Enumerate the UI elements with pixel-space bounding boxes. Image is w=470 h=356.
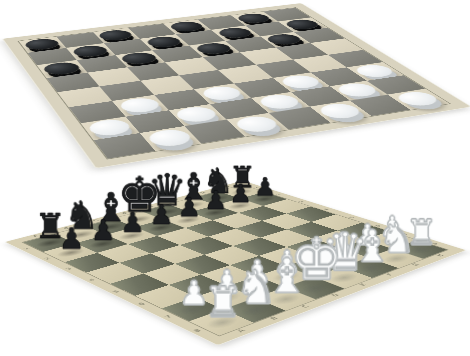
checker-piece-black[interactable] [69,44,110,58]
piece-shadow [227,188,257,196]
chess-square[interactable]: ♜ [190,309,254,335]
file-label: G [199,192,207,194]
product-photo-canvas: ♜♞♝♚♛♝♞♜♟♟♟♟♟♟♟♟♟♟♟♟♟♟♟♟♜♞♝♚♛♝♞♜ AABBCCD… [0,0,470,356]
checkers-square[interactable] [93,28,140,43]
piece-shadow [150,207,182,217]
chess-piece-glyph: ♟ [212,181,268,206]
checkers-square[interactable] [189,41,240,58]
checkers-square[interactable] [28,48,77,65]
file-label: F [386,273,395,276]
checkers-square[interactable] [294,28,345,43]
file-label: D [121,212,129,215]
rank-label: 6 [137,302,146,306]
rank-label: 5 [112,290,121,294]
chess-grid: ♜♞♝♚♛♝♞♜♟♟♟♟♟♟♟♟♟♟♟♟♟♟♟♟♜♞♝♚♛♝♞♜ [23,185,447,335]
rank-label: 2 [275,194,282,196]
checkers-square[interactable] [152,45,203,62]
chess-square[interactable] [208,229,260,246]
checkers-square[interactable] [311,38,364,54]
chess-piece-glyph: ♟ [186,187,244,213]
chess-piece-glyph: ♟ [237,174,292,199]
rank-label: 1 [23,247,31,250]
checker-piece-black[interactable] [214,27,255,40]
chess-mat-scene: ♜♞♝♚♛♝♞♜♟♟♟♟♟♟♟♟♟♟♟♟♟♟♟♟♜♞♝♚♛♝♞♜ AABBCCD… [78,91,388,356]
chess-square[interactable] [157,228,209,245]
rank-label: 2 [44,257,52,260]
rank-label: 3 [299,201,307,203]
checkers-square[interactable] [278,17,327,32]
checkers-square[interactable] [197,15,245,29]
checkers-square[interactable] [203,52,256,70]
checker-piece-black[interactable] [263,33,306,46]
checker-piece-black[interactable] [144,35,185,48]
checkers-square[interactable] [140,34,189,50]
checker-piece-black[interactable] [282,18,323,30]
chess-piece-glyph: ♟ [102,208,163,236]
piece-shadow [177,200,208,209]
chess-piece-glyph: ♝ [165,168,221,206]
chess-piece-glyph: ♟ [131,201,191,228]
piece-shadow [123,214,156,224]
file-label: E [148,205,155,207]
chess-piece-glyph: ♟ [39,224,103,253]
file-label: H [223,186,231,188]
piece-shadow [249,195,279,204]
chess-piece-glyph: ♟ [159,194,218,220]
chess-piece-glyph: ♝ [81,187,141,227]
checkers-square[interactable] [245,21,294,36]
chess-piece-glyph: ♞ [191,163,246,198]
rank-label: 7 [164,315,174,319]
piece-shadow [172,215,204,225]
checker-piece-white[interactable] [351,63,398,78]
checker-piece-black[interactable] [167,20,207,32]
chess-square[interactable] [185,220,235,236]
checker-piece-black[interactable] [234,12,274,24]
checkers-square[interactable] [176,30,225,46]
file-label: G [411,263,421,266]
piece-shadow [144,222,177,232]
checkers-square[interactable] [56,32,103,48]
checkers-square[interactable] [163,20,210,35]
file-label: E [359,283,369,287]
checkers-square[interactable] [231,12,279,26]
checkers-square[interactable] [128,24,175,39]
chess-square[interactable]: ♟ [163,212,212,228]
rank-label: 8 [193,329,203,333]
checker-piece-black[interactable] [118,51,160,66]
checkers-square[interactable] [211,26,260,41]
chess-square[interactable] [212,213,262,229]
checkers-square[interactable] [263,8,311,22]
checkers-square[interactable] [103,39,152,55]
checkers-square[interactable] [115,50,166,67]
rank-label: 3 [65,267,74,270]
checkers-square[interactable] [292,55,347,73]
checkers-square[interactable] [276,43,329,60]
checker-piece-black[interactable] [193,42,236,56]
piece-shadow [203,194,233,203]
rank-label: 4 [88,278,97,281]
file-label: F [174,199,181,201]
checker-piece-white[interactable] [392,90,443,108]
file-label: C [92,219,100,222]
chess-square[interactable]: ♟ [190,205,238,220]
checkers-square[interactable] [328,50,383,67]
checkers-square[interactable] [225,36,276,52]
chess-board: ♜♞♝♚♛♝♞♜♟♟♟♟♟♟♟♟♟♟♟♟♟♟♟♟♜♞♝♚♛♝♞♜ AABBCCD… [6,181,466,345]
chess-square[interactable]: ♟ [135,219,185,235]
checker-piece-black[interactable] [96,29,136,42]
checkers-square[interactable] [260,32,311,48]
piece-shadow [224,201,255,210]
chess-square[interactable] [236,221,287,238]
rank-label: 4 [323,208,331,210]
chess-square[interactable] [238,206,287,221]
chess-square[interactable]: ♟ [216,198,263,212]
piece-shadow [199,208,231,218]
chess-piece-glyph: ♜ [185,281,261,323]
checkers-square[interactable] [66,43,115,60]
piece-shadow [115,230,149,241]
checkers-square[interactable] [127,62,179,80]
file-label: A [236,329,247,334]
file-label: B [269,316,279,320]
chess-square[interactable]: ♟ [106,227,157,244]
checkers-square[interactable] [240,48,293,65]
file-label: H [436,254,446,257]
file-label: D [330,293,340,297]
rank-label: 1 [253,187,260,189]
file-label: C [301,305,311,309]
